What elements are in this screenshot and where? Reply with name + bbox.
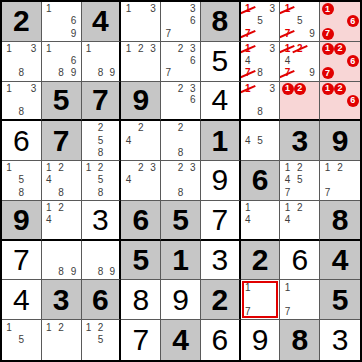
cell-r2c6[interactable]: 5 [201, 42, 241, 82]
candidate-slot-empty [187, 67, 199, 79]
cell-r7c8[interactable]: 6 [280, 241, 320, 281]
cell-r2c7[interactable]: 13478 [241, 42, 281, 82]
candidate-7-eliminated: 7 [281, 28, 293, 40]
cell-r2c1[interactable]: 138 [2, 42, 42, 82]
candidate-slot-empty [334, 28, 347, 40]
candidate-slot-empty [266, 294, 278, 306]
given-digit: 6 [252, 165, 269, 195]
candidate-slot-empty [122, 147, 134, 159]
candidate-8: 8 [55, 67, 67, 79]
candidate-grid: 367 [161, 2, 200, 41]
candidate-7: 7 [162, 67, 174, 79]
candidate-slot-empty [43, 55, 55, 67]
candidate-slot-empty [266, 15, 278, 27]
cell-r4c6[interactable]: 1 [201, 121, 241, 161]
candidate-slot-empty [254, 147, 266, 159]
cell-r8c3[interactable]: 6 [82, 280, 122, 320]
cell-r5c8[interactable]: 12457 [280, 161, 320, 201]
candidate-5: 5 [94, 174, 106, 186]
candidate-slot-empty [106, 321, 118, 334]
candidate-slot-empty [174, 28, 186, 40]
cell-r3c8[interactable]: 12 [280, 82, 320, 122]
candidate-5: 5 [294, 15, 306, 27]
cell-r5c3[interactable]: 1258 [82, 161, 122, 201]
candidate-grid: 1357 [241, 2, 280, 41]
cell-r8c2[interactable]: 3 [42, 280, 82, 320]
cell-r4c3[interactable]: 258 [82, 121, 122, 161]
candidate-5: 5 [254, 15, 266, 27]
cell-r4c5[interactable]: 28 [161, 121, 201, 161]
candidate-slot-empty [174, 15, 186, 27]
cell-r3c9[interactable]: 126 [320, 82, 360, 122]
candidate-slot-empty [281, 106, 293, 118]
cell-r5c2[interactable]: 1248 [42, 161, 82, 201]
cell-r3c2[interactable]: 5 [42, 82, 82, 122]
cell-r1c6[interactable]: 8 [201, 2, 241, 42]
candidate-slot-empty [334, 3, 347, 15]
candidate-slot-empty [321, 107, 334, 119]
cell-r9c8[interactable]: 8 [280, 320, 320, 360]
cell-r4c2[interactable]: 7 [42, 121, 82, 161]
candidate-1-slot: 1 [321, 3, 334, 15]
candidate-9: 9 [306, 28, 318, 40]
given-digit: 2 [13, 6, 30, 36]
candidate-slot-empty [162, 106, 174, 118]
cell-r2c2[interactable]: 1689 [42, 42, 82, 82]
cell-r3c1[interactable]: 138 [2, 82, 42, 122]
cell-r7c2[interactable]: 89 [42, 241, 82, 281]
candidate-slot-empty [187, 122, 199, 134]
candidate-slot-empty [55, 43, 67, 55]
candidate-8: 8 [15, 187, 27, 199]
candidate-slot-empty [321, 55, 334, 67]
candidate-slot-empty [28, 67, 40, 79]
candidate-1: 1 [3, 83, 15, 95]
candidate-slot-empty [306, 83, 318, 95]
candidate-slot-empty [162, 174, 174, 186]
candidate-slot-empty [55, 15, 67, 27]
candidate-slot-empty [334, 107, 347, 119]
candidate-5: 5 [15, 334, 27, 347]
cell-r9c6[interactable]: 6 [201, 320, 241, 360]
candidate-slot-empty [281, 95, 293, 107]
candidate-slot-empty [147, 187, 159, 199]
cell-r5c6[interactable]: 9 [201, 161, 241, 201]
candidate-1: 1 [321, 162, 334, 174]
candidate-slot-empty [174, 3, 186, 15]
candidate-slot-empty [187, 135, 199, 147]
candidate-slot-empty [28, 174, 40, 186]
candidate-slot-empty [254, 214, 266, 226]
given-digit: 2 [211, 285, 228, 315]
candidate-slot-empty [135, 15, 147, 27]
candidate-slot-empty [55, 242, 67, 254]
candidate-slot-empty [106, 135, 118, 147]
candidate-slot-empty [346, 83, 359, 95]
cell-r7c4[interactable]: 5 [121, 241, 161, 281]
candidate-slot-empty [67, 346, 79, 359]
candidate-slot-empty [254, 226, 266, 238]
cell-r5c7[interactable]: 6 [241, 161, 281, 201]
candidate-slot-empty [306, 3, 318, 15]
candidate-grid: 12 [280, 82, 319, 120]
candidate-1: 1 [281, 281, 293, 293]
given-digit: 5 [172, 205, 189, 235]
cell-r3c6[interactable]: 4 [201, 82, 241, 122]
candidate-slot-empty [67, 43, 79, 55]
candidate-slot-empty [306, 226, 318, 238]
candidate-slot-empty [346, 174, 359, 186]
candidate-1: 1 [3, 43, 15, 55]
candidate-grid: 13478 [241, 42, 280, 81]
candidate-slot-empty [321, 15, 334, 27]
given-digit: 6 [132, 205, 149, 235]
candidate-slot-empty [135, 174, 147, 186]
cell-r2c3[interactable]: 189 [82, 42, 122, 82]
candidate-slot-empty [135, 55, 147, 67]
cell-r4c7[interactable]: 45 [241, 121, 281, 161]
cell-r7c7[interactable]: 2 [241, 241, 281, 281]
candidate-slot-empty [55, 346, 67, 359]
candidate-3: 3 [187, 43, 199, 55]
candidate-9: 9 [106, 266, 118, 278]
candidate-1-eliminated: 1 [242, 83, 254, 95]
candidate-2-slot: 2 [294, 83, 306, 95]
candidate-slot-empty [83, 122, 95, 134]
candidate-slot-empty [334, 67, 347, 79]
candidate-slot-empty [135, 28, 147, 40]
candidate-8: 8 [174, 187, 186, 199]
candidate-5: 5 [254, 135, 266, 147]
cell-r7c3[interactable]: 89 [82, 241, 122, 281]
candidate-7: 7 [281, 306, 293, 318]
cell-r3c5[interactable]: 236 [161, 82, 201, 122]
candidate-7-eliminated: 7 [242, 67, 254, 79]
candidate-slot-empty [135, 147, 147, 159]
candidate-slot-empty [294, 214, 306, 226]
candidate-1: 1 [242, 281, 254, 293]
candidate-slot-empty [306, 106, 318, 118]
candidate-4: 4 [281, 214, 293, 226]
candidate-slot-empty [55, 214, 67, 226]
cell-r8c4[interactable]: 8 [121, 280, 161, 320]
candidate-1-highlighted: 1 [322, 83, 334, 95]
candidate-slot-empty [43, 266, 55, 278]
candidate-7-eliminated: 7 [242, 28, 254, 40]
cell-r2c4[interactable]: 123 [121, 42, 161, 82]
candidate-3: 3 [28, 43, 40, 55]
candidate-slot-empty [162, 135, 174, 147]
candidate-slot-empty [306, 214, 318, 226]
given-digit: 4 [92, 6, 109, 36]
candidate-grid: 124 [42, 201, 81, 239]
candidate-4: 4 [122, 174, 134, 186]
candidate-slot-empty [83, 55, 95, 67]
cell-r9c7[interactable]: 9 [241, 320, 281, 360]
candidate-slot-empty [147, 67, 159, 79]
cell-r4c8[interactable]: 3 [280, 121, 320, 161]
candidate-grid: 13 [121, 2, 160, 41]
cell-r3c7[interactable]: 138 [241, 82, 281, 122]
cell-r7c1[interactable]: 7 [2, 241, 42, 281]
candidate-slot-empty [294, 28, 306, 40]
candidate-4: 4 [242, 214, 254, 226]
solved-digit: 4 [13, 285, 30, 315]
candidate-3: 3 [187, 162, 199, 174]
solved-digit: 6 [13, 126, 30, 156]
cell-r2c8[interactable]: 12479 [280, 42, 320, 82]
candidate-1-eliminated: 1 [242, 43, 254, 55]
cell-r6c7[interactable]: 14 [241, 201, 281, 241]
given-digit: 9 [132, 85, 149, 115]
cell-r9c3[interactable]: 125 [82, 320, 122, 360]
solved-digit: 9 [252, 325, 269, 355]
cell-r6c8[interactable]: 124 [280, 201, 320, 241]
candidate-2: 2 [94, 321, 106, 334]
candidate-slot-empty [266, 135, 278, 147]
cell-r7c9[interactable]: 4 [320, 241, 360, 281]
given-digit: 4 [332, 245, 349, 275]
candidate-slot-empty [55, 334, 67, 347]
cell-r1c8[interactable]: 1579 [280, 2, 320, 42]
candidate-slot-empty [242, 15, 254, 27]
candidate-slot-empty [162, 162, 174, 174]
candidate-slot-empty [346, 187, 359, 199]
candidate-slot-empty [187, 106, 199, 118]
cell-r5c4[interactable]: 234 [121, 161, 161, 201]
cell-r4c1[interactable]: 6 [2, 121, 42, 161]
candidate-2-highlighted: 2 [334, 43, 346, 55]
cell-r8c7[interactable]: 17 [241, 280, 281, 320]
candidate-6-slot: 6 [346, 15, 359, 27]
given-digit: 8 [211, 6, 228, 36]
cell-r6c2[interactable]: 124 [42, 201, 82, 241]
candidate-slot-empty [83, 334, 95, 347]
candidate-grid: 45 [241, 121, 280, 160]
candidate-slot-empty [94, 242, 106, 254]
candidate-4: 4 [122, 135, 134, 147]
candidate-slot-empty [254, 43, 266, 55]
sudoku-board: 2169413367813571579167138168918912323675… [0, 0, 362, 362]
candidate-grid: 1267 [320, 42, 360, 81]
cell-r7c6[interactable]: 3 [201, 241, 241, 281]
candidate-3: 3 [147, 43, 159, 55]
candidate-1: 1 [281, 162, 293, 174]
cell-r6c3[interactable]: 3 [82, 201, 122, 241]
candidate-grid: 125 [82, 320, 120, 360]
candidate-slot-empty [334, 15, 347, 27]
candidate-9: 9 [67, 266, 79, 278]
candidate-slot-empty [67, 174, 79, 186]
candidate-slot-empty [83, 266, 95, 278]
cell-r6c1[interactable]: 9 [2, 201, 42, 241]
given-digit: 7 [92, 85, 109, 115]
candidate-slot-empty [67, 334, 79, 347]
candidate-slot-empty [55, 3, 67, 15]
candidate-6: 6 [187, 94, 199, 106]
cell-r7c5[interactable]: 1 [161, 241, 201, 281]
candidate-slot-empty [242, 147, 254, 159]
candidate-1: 1 [3, 162, 15, 174]
candidate-slot-empty [294, 306, 306, 318]
candidate-3: 3 [266, 3, 278, 15]
candidate-slot-empty [147, 55, 159, 67]
cell-r3c4[interactable]: 9 [121, 82, 161, 122]
candidate-slot-empty [306, 95, 318, 107]
candidate-2: 2 [55, 202, 67, 214]
candidate-2-slot: 2 [334, 83, 347, 95]
candidate-4: 4 [242, 55, 254, 67]
candidate-slot-empty [67, 242, 79, 254]
candidate-slot-empty [147, 28, 159, 40]
candidate-grid: 12457 [280, 161, 319, 200]
candidate-slot-empty [306, 281, 318, 293]
candidate-grid: 234 [121, 161, 160, 200]
cell-r6c6[interactable]: 7 [201, 201, 241, 241]
cell-r9c5[interactable]: 4 [161, 320, 201, 360]
candidate-slot-empty [147, 122, 159, 134]
candidate-slot-empty [15, 162, 27, 174]
candidate-6: 6 [187, 15, 199, 27]
candidate-slot-empty [106, 346, 118, 359]
candidate-slot-empty [254, 55, 266, 67]
candidate-1: 1 [43, 43, 55, 55]
cell-r8c6[interactable]: 2 [201, 280, 241, 320]
candidate-grid: 124 [280, 201, 319, 239]
cell-r1c4[interactable]: 13 [121, 2, 161, 42]
candidate-6: 6 [187, 55, 199, 67]
cell-r2c9[interactable]: 1267 [320, 42, 360, 82]
cell-r8c1[interactable]: 4 [2, 280, 42, 320]
candidate-grid: 238 [161, 161, 200, 200]
cell-r1c5[interactable]: 367 [161, 2, 201, 42]
cell-r1c2[interactable]: 169 [42, 2, 82, 42]
given-digit: 1 [211, 126, 228, 156]
cell-r6c5[interactable]: 5 [161, 201, 201, 241]
cell-r5c5[interactable]: 238 [161, 161, 201, 201]
candidate-slot-empty [106, 122, 118, 134]
cell-r1c9[interactable]: 167 [320, 2, 360, 42]
cell-r3c3[interactable]: 7 [82, 82, 122, 122]
candidate-grid: 17 [241, 280, 280, 319]
candidate-slot-empty [254, 122, 266, 134]
cell-r9c4[interactable]: 7 [121, 320, 161, 360]
cell-r6c4[interactable]: 6 [121, 201, 161, 241]
candidate-slot-empty [162, 43, 174, 55]
candidate-slot-empty [281, 15, 293, 27]
candidate-slot-empty [106, 242, 118, 254]
candidate-slot-empty [187, 187, 199, 199]
candidate-slot-empty [294, 294, 306, 306]
cell-r9c1[interactable]: 15 [2, 320, 42, 360]
candidate-slot-empty [83, 147, 95, 159]
cell-r1c1[interactable]: 2 [2, 2, 42, 42]
candidate-grid: 12479 [280, 42, 319, 81]
candidate-slot-empty [162, 83, 174, 95]
candidate-7-slot: 7 [321, 67, 334, 79]
cell-r5c9[interactable]: 127 [320, 161, 360, 201]
candidate-slot-empty [28, 94, 40, 106]
candidate-1-highlighted: 1 [322, 43, 334, 55]
candidate-1-slot: 1 [321, 83, 334, 95]
candidate-9: 9 [306, 67, 318, 79]
candidate-slot-empty [122, 162, 134, 174]
candidate-slot-empty [254, 202, 266, 214]
cell-r4c9[interactable]: 9 [320, 121, 360, 161]
candidate-1: 1 [43, 202, 55, 214]
candidate-slot-empty [106, 162, 118, 174]
given-digit: 5 [132, 245, 149, 275]
candidate-2: 2 [94, 122, 106, 134]
candidate-slot-empty [162, 15, 174, 27]
candidate-slot-empty [3, 174, 15, 186]
cell-r5c1[interactable]: 158 [2, 161, 42, 201]
candidate-slot-empty [15, 346, 27, 359]
candidate-slot-empty [294, 95, 306, 107]
candidate-slot-empty [334, 174, 347, 186]
cell-r1c7[interactable]: 1357 [241, 2, 281, 42]
candidate-slot-empty [67, 187, 79, 199]
candidate-slot-empty [83, 67, 95, 79]
candidate-grid: 1258 [82, 161, 120, 200]
cell-r8c8[interactable]: 17 [280, 280, 320, 320]
candidate-6-highlighted: 6 [347, 55, 359, 67]
candidate-slot-empty [162, 55, 174, 67]
candidate-grid: 258 [82, 121, 120, 160]
given-digit: 8 [332, 205, 349, 235]
candidate-slot-empty [43, 67, 55, 79]
candidate-grid: 189 [82, 42, 120, 81]
cell-r8c9[interactable]: 5 [320, 280, 360, 320]
candidate-grid: 2367 [161, 42, 200, 81]
cell-r9c9[interactable]: 3 [320, 320, 360, 360]
cell-r2c5[interactable]: 2367 [161, 42, 201, 82]
candidate-8: 8 [15, 106, 27, 118]
candidate-slot-empty [281, 294, 293, 306]
candidate-slot-empty [43, 15, 55, 27]
cell-r6c9[interactable]: 8 [320, 201, 360, 241]
candidate-4: 4 [281, 55, 293, 67]
candidate-2: 2 [135, 162, 147, 174]
candidate-grid: 169 [42, 2, 81, 41]
candidate-grid: 14 [241, 201, 280, 239]
candidate-slot-empty [242, 94, 254, 106]
candidate-7-highlighted: 7 [322, 67, 334, 79]
cell-r8c5[interactable]: 9 [161, 280, 201, 320]
candidate-slot-empty [3, 55, 15, 67]
candidate-2-highlighted: 2 [334, 83, 346, 95]
candidate-slot-empty [135, 3, 147, 15]
solved-digit: 7 [132, 325, 149, 355]
candidate-slot-empty [67, 162, 79, 174]
cell-r4c4[interactable]: 24 [121, 121, 161, 161]
cell-r9c2[interactable]: 12 [42, 320, 82, 360]
candidate-8: 8 [94, 187, 106, 199]
candidate-slot-empty [147, 174, 159, 186]
candidate-slot-empty [122, 187, 134, 199]
cell-r1c3[interactable]: 4 [82, 2, 122, 42]
candidate-1: 1 [122, 43, 134, 55]
candidate-7: 7 [321, 187, 334, 199]
candidate-slot-empty [15, 83, 27, 95]
candidate-slot-empty [83, 174, 95, 186]
candidate-7-slot: 7 [321, 28, 334, 40]
candidate-grid: 28 [161, 121, 200, 160]
candidate-slot-empty [3, 94, 15, 106]
candidate-slot-empty [266, 94, 278, 106]
candidate-grid: 17 [280, 280, 319, 319]
candidate-grid: 126 [320, 82, 360, 120]
